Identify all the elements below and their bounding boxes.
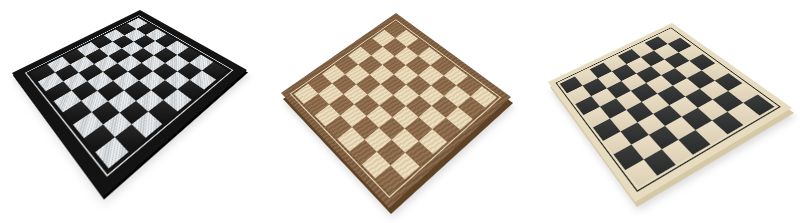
board-grid: [560, 30, 775, 186]
board-surface: [281, 13, 511, 208]
chess-boards-photo: [0, 0, 800, 223]
chessboard-black-maple[interactable]: [0, 0, 160, 160]
board-surface: [548, 23, 792, 202]
board-grid: [294, 22, 497, 193]
